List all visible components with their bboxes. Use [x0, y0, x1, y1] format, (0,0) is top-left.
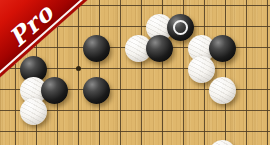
go-board[interactable]: Pro	[0, 0, 270, 145]
stone-white[interactable]	[209, 140, 236, 146]
stone-white[interactable]	[20, 98, 47, 125]
star-point	[76, 66, 81, 71]
grid-line-horizontal	[0, 131, 270, 132]
stone-black[interactable]	[41, 77, 68, 104]
grid-line-vertical	[141, 0, 142, 145]
grid-line-vertical	[246, 0, 247, 145]
pro-ribbon: Pro	[0, 0, 133, 118]
grid-line-vertical	[78, 0, 79, 145]
stone-black[interactable]	[209, 35, 236, 62]
stone-black[interactable]	[146, 35, 173, 62]
stone-black[interactable]	[83, 35, 110, 62]
grid-line-vertical	[267, 0, 268, 145]
grid-line-vertical	[120, 0, 121, 145]
grid-line-vertical	[99, 0, 100, 145]
stone-white[interactable]	[209, 77, 236, 104]
stone-black[interactable]	[83, 77, 110, 104]
last-move-marker	[173, 20, 188, 35]
grid-line-vertical	[225, 0, 226, 145]
stone-white[interactable]	[188, 56, 215, 83]
stone-black[interactable]	[167, 14, 194, 41]
